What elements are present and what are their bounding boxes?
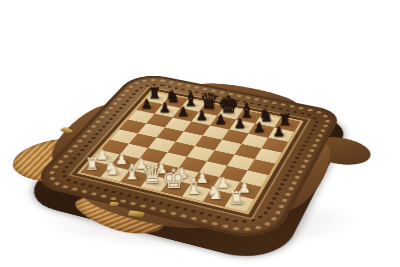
square-a4[interactable] [110,129,138,143]
product-photo-scene: ♜♞♝♛♚♝♞♜♟♟♟♟♟♟♟♟♟♟♟♟♟♟♟♟♜♞♝♛♚♝♞♜ [0,0,400,267]
piece-black-pawn-g7[interactable]: ♟ [249,120,270,134]
square-g5[interactable] [234,144,261,159]
piece-black-pawn-a7[interactable]: ♟ [137,97,157,110]
piece-white-knight-g1[interactable]: ♞ [204,183,227,203]
piece-white-bishop-c1[interactable]: ♝ [121,161,143,182]
piece-white-rook-h1[interactable]: ♜ [225,190,248,208]
square-e6[interactable] [203,125,230,139]
chess-field-8x8: ♜♞♝♛♚♝♞♜♟♟♟♟♟♟♟♟♟♟♟♟♟♟♟♟♜♞♝♛♚♝♞♜ [81,92,300,212]
piece-white-king-e1[interactable]: ♚ [162,165,185,192]
piece-black-pawn-h7[interactable]: ♟ [269,125,290,139]
piece-black-pawn-d7[interactable]: ♟ [192,109,212,122]
piece-black-pawn-c7[interactable]: ♟ [173,105,193,118]
piece-white-bishop-f1[interactable]: ♝ [182,176,205,198]
piece-black-pawn-b7[interactable]: ♟ [155,101,175,114]
piece-black-pawn-f7[interactable]: ♟ [230,116,250,130]
piece-white-rook-a1[interactable]: ♜ [81,156,103,173]
piece-black-pawn-e7[interactable]: ♟ [211,113,231,127]
piece-white-knight-b1[interactable]: ♞ [101,159,123,178]
piece-white-queen-d1[interactable]: ♛ [141,163,163,188]
